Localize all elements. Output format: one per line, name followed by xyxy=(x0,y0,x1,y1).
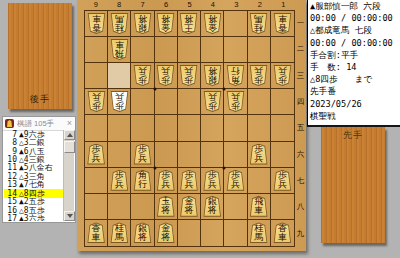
scroll-down-icon[interactable] xyxy=(64,211,75,221)
board-cell-6-6[interactable] xyxy=(155,142,178,168)
board-cell-5-4[interactable] xyxy=(178,89,201,115)
board-cell-8-9[interactable]: 桂馬 xyxy=(108,220,131,246)
piece-rook-sente[interactable]: 飛車 xyxy=(249,196,268,217)
file-label: 1 xyxy=(272,0,295,10)
info-line: 00:00 / 00:00:00 xyxy=(308,37,400,49)
piece-pawn-gote[interactable]: 歩兵 xyxy=(273,65,292,86)
rank-label: 四 xyxy=(295,89,306,115)
piece-silver-general-gote[interactable]: 銀将 xyxy=(203,65,222,86)
board-cell-9-4[interactable]: 歩兵 xyxy=(85,89,108,115)
hoshi-dot xyxy=(223,88,226,91)
piece-king-sente[interactable]: 玉将 xyxy=(156,196,175,217)
board-cell-5-9[interactable] xyxy=(178,220,201,246)
kifu-move-list: 7▲9六歩8△3二銀9▲6八玉10△4三銀11▲5八金右12△3三角13▲7七角… xyxy=(4,130,63,221)
board-cell-3-4[interactable]: 歩兵 xyxy=(224,89,247,115)
board-cell-7-1[interactable]: 銀将 xyxy=(131,11,154,37)
piece-silver-general-sente[interactable]: 銀将 xyxy=(203,196,222,217)
piece-gold-general-sente[interactable]: 金将 xyxy=(156,222,175,243)
board-cell-4-9[interactable] xyxy=(201,220,224,246)
board-cell-1-3[interactable]: 歩兵 xyxy=(271,63,294,89)
info-line: 手合割:平手 xyxy=(308,49,400,61)
piece-lance-gote[interactable]: 香車 xyxy=(87,13,106,34)
piece-lance-gote[interactable]: 香車 xyxy=(273,13,292,34)
board-cell-5-2[interactable] xyxy=(178,37,201,63)
board-cell-2-8[interactable]: 飛車 xyxy=(248,194,271,220)
piece-gold-general-gote[interactable]: 金将 xyxy=(156,13,175,34)
piece-silver-general-gote[interactable]: 銀将 xyxy=(133,13,152,34)
piece-king-gote[interactable]: 王将 xyxy=(179,13,198,34)
rank-label: 七 xyxy=(295,168,306,194)
shogi-app-window: 後手 棋譜 105手 × 7▲9六歩8△3二銀9▲6八玉10△4三銀11▲5八金… xyxy=(0,0,400,258)
piece-silver-general-sente[interactable]: 銀将 xyxy=(133,222,152,243)
info-line: 00:00 / 00:00:00 xyxy=(308,12,400,24)
board-cell-1-6[interactable] xyxy=(271,142,294,168)
board-cell-1-4[interactable] xyxy=(271,89,294,115)
board-cell-7-8[interactable] xyxy=(131,194,154,220)
board-cell-3-2[interactable] xyxy=(224,37,247,63)
piece-pawn-sente[interactable]: 歩兵 xyxy=(226,170,245,191)
piece-bishop-gote[interactable]: 角行 xyxy=(226,65,245,86)
board-cell-7-6[interactable]: 歩兵 xyxy=(131,142,154,168)
board-cell-8-4[interactable]: 歩兵 xyxy=(108,89,131,115)
piece-knight-sente[interactable]: 桂馬 xyxy=(110,222,129,243)
board-cell-1-8[interactable] xyxy=(271,194,294,220)
rank-label: 五 xyxy=(295,115,306,141)
board-cell-4-4[interactable]: 歩兵 xyxy=(201,89,224,115)
board-cell-1-2[interactable] xyxy=(271,37,294,63)
rank-label: 二 xyxy=(295,36,306,62)
rank-label: 八 xyxy=(295,194,306,220)
board-grid: 香車桂馬銀将金将王将金将桂馬香車飛車歩兵歩兵歩兵銀将角行歩兵歩兵歩兵歩兵歩兵歩兵… xyxy=(84,10,295,247)
board-cell-5-3[interactable]: 歩兵 xyxy=(178,63,201,89)
info-line: 2023/05/26 xyxy=(308,98,400,110)
piece-knight-sente[interactable]: 桂馬 xyxy=(249,222,268,243)
board-cell-4-5[interactable] xyxy=(201,115,224,141)
piece-lance-sente[interactable]: 香車 xyxy=(273,222,292,243)
board-cell-8-6[interactable] xyxy=(108,142,131,168)
board-cell-2-9[interactable]: 桂馬 xyxy=(248,220,271,246)
board-cell-5-6[interactable] xyxy=(178,142,201,168)
board-cell-4-7[interactable]: 歩兵 xyxy=(201,168,224,194)
rank-label: 三 xyxy=(295,63,306,89)
board-cell-9-6[interactable]: 歩兵 xyxy=(85,142,108,168)
board-cell-7-2[interactable] xyxy=(131,37,154,63)
info-line: ▲服部慎一郎 六段 xyxy=(308,0,400,12)
piece-pawn-gote[interactable]: 歩兵 xyxy=(203,91,222,112)
kifu-move-row[interactable]: 17▲3六歩 xyxy=(4,214,63,221)
kifu-window-title: 棋譜 105手 xyxy=(17,119,66,129)
board-cell-6-9[interactable]: 金将 xyxy=(155,220,178,246)
board-cell-7-7[interactable]: 角行 xyxy=(131,168,154,194)
board-cell-6-8[interactable]: 玉将 xyxy=(155,194,178,220)
board-cell-9-2[interactable] xyxy=(85,37,108,63)
piece-rook-gote[interactable]: 飛車 xyxy=(110,39,129,60)
sente-piece-stand-label: 先手 xyxy=(321,129,385,142)
piece-pawn-sente[interactable]: 歩兵 xyxy=(179,170,198,191)
board-cell-4-6[interactable] xyxy=(201,142,224,168)
board-cell-6-4[interactable] xyxy=(155,89,178,115)
piece-pawn-gote[interactable]: 歩兵 xyxy=(226,91,245,112)
file-label: 4 xyxy=(201,0,224,10)
board-cell-7-4[interactable] xyxy=(131,89,154,115)
board-cell-2-3[interactable]: 歩兵 xyxy=(248,63,271,89)
piece-pawn-gote[interactable]: 歩兵 xyxy=(156,65,175,86)
gote-piece-stand[interactable]: 後手 xyxy=(8,3,72,109)
kifu-scrollbar[interactable] xyxy=(63,130,74,221)
file-label: 3 xyxy=(225,0,248,10)
board-cell-9-3[interactable] xyxy=(85,63,108,89)
piece-pawn-gote[interactable]: 歩兵 xyxy=(87,91,106,112)
board-cell-3-9[interactable] xyxy=(224,220,247,246)
piece-gold-general-gote[interactable]: 金将 xyxy=(203,13,222,34)
piece-pawn-sente[interactable]: 歩兵 xyxy=(110,170,129,191)
board-cell-5-5[interactable] xyxy=(178,115,201,141)
piece-pawn-gote[interactable]: 歩兵 xyxy=(133,65,152,86)
board-cell-6-1[interactable]: 金将 xyxy=(155,11,178,37)
file-label: 5 xyxy=(178,0,201,10)
board-cell-3-7[interactable]: 歩兵 xyxy=(224,168,247,194)
board-cell-1-9[interactable]: 香車 xyxy=(271,220,294,246)
file-label: 6 xyxy=(154,0,177,10)
board-cell-1-5[interactable] xyxy=(271,115,294,141)
board-rank-labels: 一二三四五六七八九 xyxy=(295,10,306,247)
board-cell-2-6[interactable]: 歩兵 xyxy=(248,142,271,168)
piece-lance-sente[interactable]: 香車 xyxy=(87,222,106,243)
move-text: ▲3六歩 xyxy=(19,213,45,221)
piece-pawn-gote[interactable]: 歩兵 xyxy=(110,91,129,112)
board-cell-2-2[interactable] xyxy=(248,37,271,63)
board-cell-3-5[interactable] xyxy=(224,115,247,141)
piece-pawn-gote[interactable]: 歩兵 xyxy=(179,65,198,86)
board-cell-6-7[interactable]: 歩兵 xyxy=(155,168,178,194)
kifu-window: 棋譜 105手 × 7▲9六歩8△3二銀9▲6八玉10△4三銀11▲5八金右12… xyxy=(2,116,76,223)
shogi-board: 987654321 一二三四五六七八九 香車桂馬銀将金将王将金将桂馬香車飛車歩兵… xyxy=(77,0,306,251)
board-cell-1-1[interactable]: 香車 xyxy=(271,11,294,37)
file-label: 7 xyxy=(131,0,154,10)
board-cell-3-1[interactable] xyxy=(224,11,247,37)
sente-piece-stand[interactable]: 先手 xyxy=(321,127,385,243)
board-cell-9-5[interactable] xyxy=(85,115,108,141)
board-cell-4-8[interactable]: 銀将 xyxy=(201,194,224,220)
board-cell-8-2[interactable]: 飛車 xyxy=(108,37,131,63)
rank-label: 九 xyxy=(295,221,306,247)
close-icon[interactable]: × xyxy=(66,119,73,128)
board-cell-2-5[interactable] xyxy=(248,115,271,141)
hoshi-dot xyxy=(153,166,156,169)
piece-pawn-gote[interactable]: 歩兵 xyxy=(249,65,268,86)
scrollbar-thumb[interactable] xyxy=(64,141,75,153)
info-line: △8四歩 まで xyxy=(308,73,400,85)
hoshi-dot xyxy=(223,166,226,169)
board-cell-1-7[interactable]: 歩兵 xyxy=(271,168,294,194)
game-info-panel: ▲服部慎一郎 六段00:00 / 00:00:00△都成竜馬 七段00:00 /… xyxy=(307,0,400,127)
scroll-up-icon[interactable] xyxy=(64,130,75,140)
board-file-labels: 987654321 xyxy=(84,0,295,10)
board-cell-8-7[interactable]: 歩兵 xyxy=(108,168,131,194)
board-cell-8-3[interactable] xyxy=(108,63,131,89)
move-number: 17 xyxy=(4,214,17,221)
board-cell-9-9[interactable]: 香車 xyxy=(85,220,108,246)
board-cell-6-2[interactable] xyxy=(155,37,178,63)
hoshi-dot xyxy=(153,88,156,91)
board-cell-5-8[interactable]: 金将 xyxy=(178,194,201,220)
board-cell-4-2[interactable] xyxy=(201,37,224,63)
info-line: △都成竜馬 七段 xyxy=(308,24,400,36)
board-cell-2-7[interactable] xyxy=(248,168,271,194)
piece-pawn-sente[interactable]: 歩兵 xyxy=(273,170,292,191)
piece-knight-gote[interactable]: 桂馬 xyxy=(110,13,129,34)
rank-label: 六 xyxy=(295,142,306,168)
board-cell-5-1[interactable]: 王将 xyxy=(178,11,201,37)
board-cell-5-7[interactable]: 歩兵 xyxy=(178,168,201,194)
board-cell-7-9[interactable]: 銀将 xyxy=(131,220,154,246)
board-cell-9-7[interactable] xyxy=(85,168,108,194)
piece-gold-general-sente[interactable]: 金将 xyxy=(179,196,198,217)
board-cell-8-1[interactable]: 桂馬 xyxy=(108,11,131,37)
board-cell-8-8[interactable] xyxy=(108,194,131,220)
board-cell-3-6[interactable] xyxy=(224,142,247,168)
board-cell-8-5[interactable] xyxy=(108,115,131,141)
piece-pawn-sente[interactable]: 歩兵 xyxy=(156,170,175,191)
board-cell-3-3[interactable]: 角行 xyxy=(224,63,247,89)
file-label: 9 xyxy=(84,0,107,10)
board-cell-9-8[interactable] xyxy=(85,194,108,220)
board-cell-6-3[interactable]: 歩兵 xyxy=(155,63,178,89)
gote-piece-stand-label: 後手 xyxy=(8,93,72,106)
info-line: 手 数: 14 xyxy=(308,61,400,73)
shogi-piece-icon xyxy=(5,119,14,128)
board-cell-3-8[interactable] xyxy=(224,194,247,220)
kifu-window-titlebar[interactable]: 棋譜 105手 × xyxy=(3,117,75,131)
board-cell-9-1[interactable]: 香車 xyxy=(85,11,108,37)
board-cell-7-3[interactable]: 歩兵 xyxy=(131,63,154,89)
rank-label: 一 xyxy=(295,10,306,36)
board-cell-4-3[interactable]: 銀将 xyxy=(201,63,224,89)
piece-pawn-sente[interactable]: 歩兵 xyxy=(203,170,222,191)
board-cell-6-5[interactable] xyxy=(155,115,178,141)
piece-pawn-sente[interactable]: 歩兵 xyxy=(249,144,268,165)
info-line: 棋聖戦 xyxy=(308,110,400,122)
board-cell-2-1[interactable]: 桂馬 xyxy=(248,11,271,37)
info-line: 先手番 xyxy=(308,85,400,97)
board-cell-7-5[interactable] xyxy=(131,115,154,141)
file-label: 2 xyxy=(248,0,271,10)
board-cell-2-4[interactable] xyxy=(248,89,271,115)
piece-pawn-sente[interactable]: 歩兵 xyxy=(133,144,152,165)
board-cell-4-1[interactable]: 金将 xyxy=(201,11,224,37)
piece-knight-gote[interactable]: 桂馬 xyxy=(249,13,268,34)
piece-pawn-sente[interactable]: 歩兵 xyxy=(87,144,106,165)
file-label: 8 xyxy=(107,0,130,10)
piece-bishop-sente[interactable]: 角行 xyxy=(133,170,152,191)
